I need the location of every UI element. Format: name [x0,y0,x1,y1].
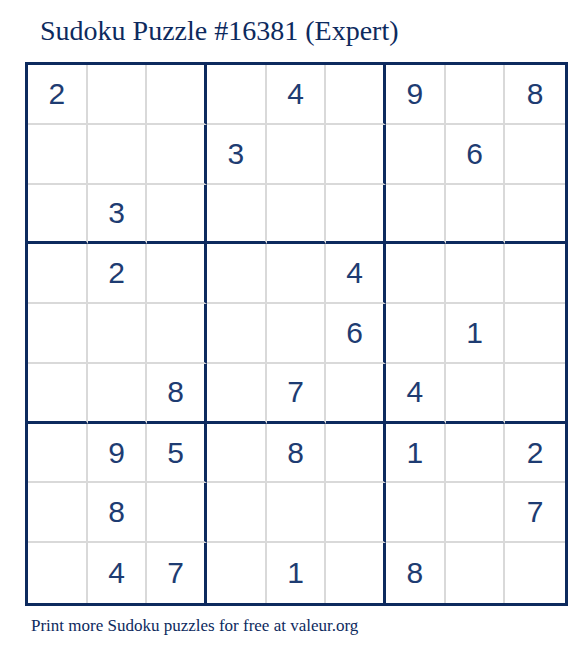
cell-r4c7[interactable] [386,244,446,304]
cell-r8c9[interactable]: 7 [505,483,565,543]
cell-r1c6[interactable] [326,65,386,125]
cell-r5c4[interactable] [207,304,267,364]
cell-r5c5[interactable] [267,304,327,364]
footer-text: Print more Sudoku puzzles for free at va… [31,616,358,636]
cell-r4c3[interactable] [147,244,207,304]
cell-r3c8[interactable] [446,185,506,245]
cell-r9c2[interactable]: 4 [88,543,148,603]
cell-r6c5[interactable]: 7 [267,364,327,424]
cell-r5c7[interactable] [386,304,446,364]
cell-r5c3[interactable] [147,304,207,364]
cell-r7c8[interactable] [446,424,506,484]
cell-r2c6[interactable] [326,125,386,185]
cell-r6c8[interactable] [446,364,506,424]
cell-r9c7[interactable]: 8 [386,543,446,603]
cell-r4c5[interactable] [267,244,327,304]
cell-r6c1[interactable] [28,364,88,424]
cell-r2c2[interactable] [88,125,148,185]
cell-r1c4[interactable] [207,65,267,125]
cell-r9c4[interactable] [207,543,267,603]
cell-r3c3[interactable] [147,185,207,245]
cell-r3c9[interactable] [505,185,565,245]
cell-r4c6[interactable]: 4 [326,244,386,304]
cell-r8c3[interactable] [147,483,207,543]
cell-r9c6[interactable] [326,543,386,603]
cell-r9c1[interactable] [28,543,88,603]
cell-r4c2[interactable]: 2 [88,244,148,304]
cell-r2c3[interactable] [147,125,207,185]
cell-r7c5[interactable]: 8 [267,424,327,484]
cell-r2c1[interactable] [28,125,88,185]
cell-r6c2[interactable] [88,364,148,424]
cell-r4c8[interactable] [446,244,506,304]
cell-r4c1[interactable] [28,244,88,304]
cell-r1c7[interactable]: 9 [386,65,446,125]
cell-r8c5[interactable] [267,483,327,543]
cell-r5c9[interactable] [505,304,565,364]
cell-r5c2[interactable] [88,304,148,364]
cell-r2c7[interactable] [386,125,446,185]
cell-r6c6[interactable] [326,364,386,424]
cell-r7c2[interactable]: 9 [88,424,148,484]
sudoku-board: 2498363246187495812874718 [25,62,568,606]
cell-r3c5[interactable] [267,185,327,245]
cell-r1c8[interactable] [446,65,506,125]
cell-r8c4[interactable] [207,483,267,543]
cell-r2c5[interactable] [267,125,327,185]
cell-r3c7[interactable] [386,185,446,245]
cell-r9c8[interactable] [446,543,506,603]
cell-r8c8[interactable] [446,483,506,543]
sudoku-page: Sudoku Puzzle #16381 (Expert) 2498363246… [0,0,580,651]
cell-r7c9[interactable]: 2 [505,424,565,484]
cell-r4c4[interactable] [207,244,267,304]
cell-r6c7[interactable]: 4 [386,364,446,424]
cell-r5c6[interactable]: 6 [326,304,386,364]
cell-r7c1[interactable] [28,424,88,484]
cell-r7c6[interactable] [326,424,386,484]
cell-r3c6[interactable] [326,185,386,245]
cell-r7c4[interactable] [207,424,267,484]
cell-r1c1[interactable]: 2 [28,65,88,125]
cell-r2c8[interactable]: 6 [446,125,506,185]
cell-r8c1[interactable] [28,483,88,543]
cell-r9c9[interactable] [505,543,565,603]
cell-r3c2[interactable]: 3 [88,185,148,245]
cell-r1c3[interactable] [147,65,207,125]
cell-r8c7[interactable] [386,483,446,543]
cell-r1c2[interactable] [88,65,148,125]
cell-r6c4[interactable] [207,364,267,424]
cell-r5c8[interactable]: 1 [446,304,506,364]
page-title: Sudoku Puzzle #16381 (Expert) [40,15,399,47]
cell-r9c3[interactable]: 7 [147,543,207,603]
cell-r7c7[interactable]: 1 [386,424,446,484]
cell-r5c1[interactable] [28,304,88,364]
cell-r7c3[interactable]: 5 [147,424,207,484]
cell-r4c9[interactable] [505,244,565,304]
cell-r6c3[interactable]: 8 [147,364,207,424]
cell-r2c9[interactable] [505,125,565,185]
cell-r3c4[interactable] [207,185,267,245]
cell-r1c9[interactable]: 8 [505,65,565,125]
cell-r9c5[interactable]: 1 [267,543,327,603]
cell-r6c9[interactable] [505,364,565,424]
cell-r3c1[interactable] [28,185,88,245]
cell-r2c4[interactable]: 3 [207,125,267,185]
cell-r1c5[interactable]: 4 [267,65,327,125]
cell-r8c2[interactable]: 8 [88,483,148,543]
cell-r8c6[interactable] [326,483,386,543]
